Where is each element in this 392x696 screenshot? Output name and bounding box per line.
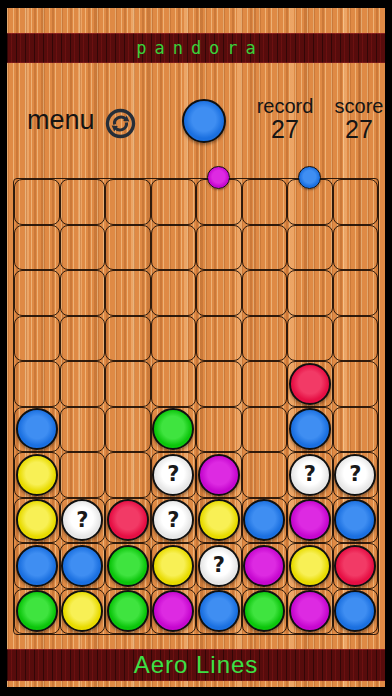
cell-r2c2[interactable]: [60, 225, 106, 271]
cell-r10c3[interactable]: [105, 589, 151, 635]
cell-r5c4[interactable]: [151, 361, 197, 407]
ball-red-r8c3[interactable]: [107, 499, 149, 541]
ball-magenta-r8c7[interactable]: [289, 499, 331, 541]
cell-r10c1[interactable]: [14, 589, 60, 635]
ball-blue-r8c8[interactable]: [334, 499, 376, 541]
cell-r10c4[interactable]: [151, 589, 197, 635]
game-name: Aero Lines: [134, 651, 259, 679]
cell-r6c1[interactable]: [14, 407, 60, 453]
cell-r5c2[interactable]: [60, 361, 106, 407]
joker-question-mark: ?: [76, 510, 88, 531]
cell-r7c2[interactable]: [60, 452, 106, 498]
cell-r6c5[interactable]: [196, 407, 242, 453]
cell-r4c6[interactable]: [242, 316, 288, 362]
device-frame: pandora menu record 27 score 27 ?????? A…: [0, 0, 392, 696]
ball-green-r10c6[interactable]: [243, 590, 285, 632]
cell-r7c8[interactable]: ?: [333, 452, 379, 498]
joker-question-mark: ?: [167, 510, 179, 531]
cell-r7c5[interactable]: [196, 452, 242, 498]
record-label: record: [243, 96, 327, 116]
cell-r6c8[interactable]: [333, 407, 379, 453]
ball-magenta-r10c4[interactable]: [152, 590, 194, 632]
ball-green-r10c3[interactable]: [107, 590, 149, 632]
cell-r7c7[interactable]: ?: [287, 452, 333, 498]
ball-white-joker-r7c4[interactable]: ?: [152, 454, 194, 496]
incoming-ball-magenta-col5: [207, 166, 230, 189]
cell-r10c8[interactable]: [333, 589, 379, 635]
ball-yellow-r9c4[interactable]: [152, 545, 194, 587]
cell-r2c6[interactable]: [242, 225, 288, 271]
cell-r2c3[interactable]: [105, 225, 151, 271]
cell-r4c7[interactable]: [287, 316, 333, 362]
cell-r5c5[interactable]: [196, 361, 242, 407]
cell-r6c2[interactable]: [60, 407, 106, 453]
cell-r3c5[interactable]: [196, 270, 242, 316]
cell-r10c5[interactable]: [196, 589, 242, 635]
cell-r2c1[interactable]: [14, 225, 60, 271]
ball-red-r5c7[interactable]: [289, 363, 331, 405]
cell-r3c7[interactable]: [287, 270, 333, 316]
cell-r8c1[interactable]: [14, 498, 60, 544]
cell-r9c8[interactable]: [333, 543, 379, 589]
cell-r5c1[interactable]: [14, 361, 60, 407]
cell-r2c5[interactable]: [196, 225, 242, 271]
cell-r4c1[interactable]: [14, 316, 60, 362]
ball-yellow-r9c7[interactable]: [289, 545, 331, 587]
ball-blue-r9c1[interactable]: [16, 545, 58, 587]
cell-r2c4[interactable]: [151, 225, 197, 271]
cell-r8c7[interactable]: [287, 498, 333, 544]
record-stat: record 27: [243, 96, 327, 142]
cell-r1c6[interactable]: [242, 179, 288, 225]
ball-yellow-r8c5[interactable]: [198, 499, 240, 541]
record-value: 27: [243, 116, 327, 142]
ball-green-r9c3[interactable]: [107, 545, 149, 587]
score-stat: score 27: [317, 96, 392, 142]
cell-r8c3[interactable]: [105, 498, 151, 544]
cell-r6c4[interactable]: [151, 407, 197, 453]
ball-white-joker-r9c5[interactable]: ?: [198, 545, 240, 587]
cell-r8c2[interactable]: ?: [60, 498, 106, 544]
ball-magenta-r10c7[interactable]: [289, 590, 331, 632]
wood-background: pandora menu record 27 score 27 ?????? A…: [7, 8, 385, 687]
ball-blue-r10c8[interactable]: [334, 590, 376, 632]
cell-r1c3[interactable]: [105, 179, 151, 225]
ball-white-joker-r7c8[interactable]: ?: [334, 454, 376, 496]
cell-r8c8[interactable]: [333, 498, 379, 544]
cell-r4c8[interactable]: [333, 316, 379, 362]
cell-r9c3[interactable]: [105, 543, 151, 589]
cell-r10c6[interactable]: [242, 589, 288, 635]
cell-r8c6[interactable]: [242, 498, 288, 544]
cell-r6c3[interactable]: [105, 407, 151, 453]
cell-r2c8[interactable]: [333, 225, 379, 271]
cell-r3c8[interactable]: [333, 270, 379, 316]
cell-r4c4[interactable]: [151, 316, 197, 362]
cell-r10c2[interactable]: [60, 589, 106, 635]
cell-r5c7[interactable]: [287, 361, 333, 407]
cell-r3c2[interactable]: [60, 270, 106, 316]
cell-r3c6[interactable]: [242, 270, 288, 316]
title-bar: pandora: [7, 33, 385, 63]
ball-magenta-r9c6[interactable]: [243, 545, 285, 587]
cell-r1c1[interactable]: [14, 179, 60, 225]
cell-r10c7[interactable]: [287, 589, 333, 635]
cell-r6c6[interactable]: [242, 407, 288, 453]
ball-red-r9c8[interactable]: [334, 545, 376, 587]
cell-r5c3[interactable]: [105, 361, 151, 407]
ball-white-joker-r7c7[interactable]: ?: [289, 454, 331, 496]
score-value: 27: [317, 116, 392, 142]
cell-r5c6[interactable]: [242, 361, 288, 407]
cell-r9c2[interactable]: [60, 543, 106, 589]
cell-r9c1[interactable]: [14, 543, 60, 589]
cell-r1c2[interactable]: [60, 179, 106, 225]
footer-bar: Aero Lines: [7, 649, 385, 681]
cell-r7c6[interactable]: [242, 452, 288, 498]
ball-blue-r9c2[interactable]: [61, 545, 103, 587]
cell-r7c3[interactable]: [105, 452, 151, 498]
joker-question-mark: ?: [213, 555, 225, 576]
restart-sync-icon[interactable]: [105, 108, 136, 139]
ball-white-joker-r8c2[interactable]: ?: [61, 499, 103, 541]
score-label: score: [317, 96, 392, 116]
cell-r3c1[interactable]: [14, 270, 60, 316]
ball-yellow-r8c1[interactable]: [16, 499, 58, 541]
cell-r8c4[interactable]: ?: [151, 498, 197, 544]
joker-question-mark: ?: [304, 464, 316, 485]
ball-green-r10c1[interactable]: [16, 590, 58, 632]
cell-r4c5[interactable]: [196, 316, 242, 362]
cell-r1c4[interactable]: [151, 179, 197, 225]
cell-r9c5[interactable]: ?: [196, 543, 242, 589]
ball-yellow-r10c2[interactable]: [61, 590, 103, 632]
cell-r7c4[interactable]: ?: [151, 452, 197, 498]
joker-question-mark: ?: [349, 464, 361, 485]
cell-r6c7[interactable]: [287, 407, 333, 453]
cell-r9c7[interactable]: [287, 543, 333, 589]
cell-r2c7[interactable]: [287, 225, 333, 271]
cell-r9c4[interactable]: [151, 543, 197, 589]
cell-r4c3[interactable]: [105, 316, 151, 362]
ball-magenta-r7c5[interactable]: [198, 454, 240, 496]
cell-r5c8[interactable]: [333, 361, 379, 407]
ball-blue-r10c5[interactable]: [198, 590, 240, 632]
cell-r4c2[interactable]: [60, 316, 106, 362]
cell-r9c6[interactable]: [242, 543, 288, 589]
ball-yellow-r7c1[interactable]: [16, 454, 58, 496]
ball-blue-r6c1[interactable]: [16, 408, 58, 450]
ball-white-joker-r8c4[interactable]: ?: [152, 499, 194, 541]
menu-button[interactable]: menu: [27, 105, 95, 136]
cell-r3c3[interactable]: [105, 270, 151, 316]
ball-blue-r6c7[interactable]: [289, 408, 331, 450]
joker-question-mark: ?: [167, 464, 179, 485]
next-ball-indicator: [182, 99, 226, 143]
cell-r3c4[interactable]: [151, 270, 197, 316]
app-title: pandora: [128, 38, 264, 58]
ball-green-r6c4[interactable]: [152, 408, 194, 450]
board: ??????: [13, 178, 379, 635]
ball-blue-r8c6[interactable]: [243, 499, 285, 541]
cell-r8c5[interactable]: [196, 498, 242, 544]
cell-r7c1[interactable]: [14, 452, 60, 498]
cell-r1c8[interactable]: [333, 179, 379, 225]
